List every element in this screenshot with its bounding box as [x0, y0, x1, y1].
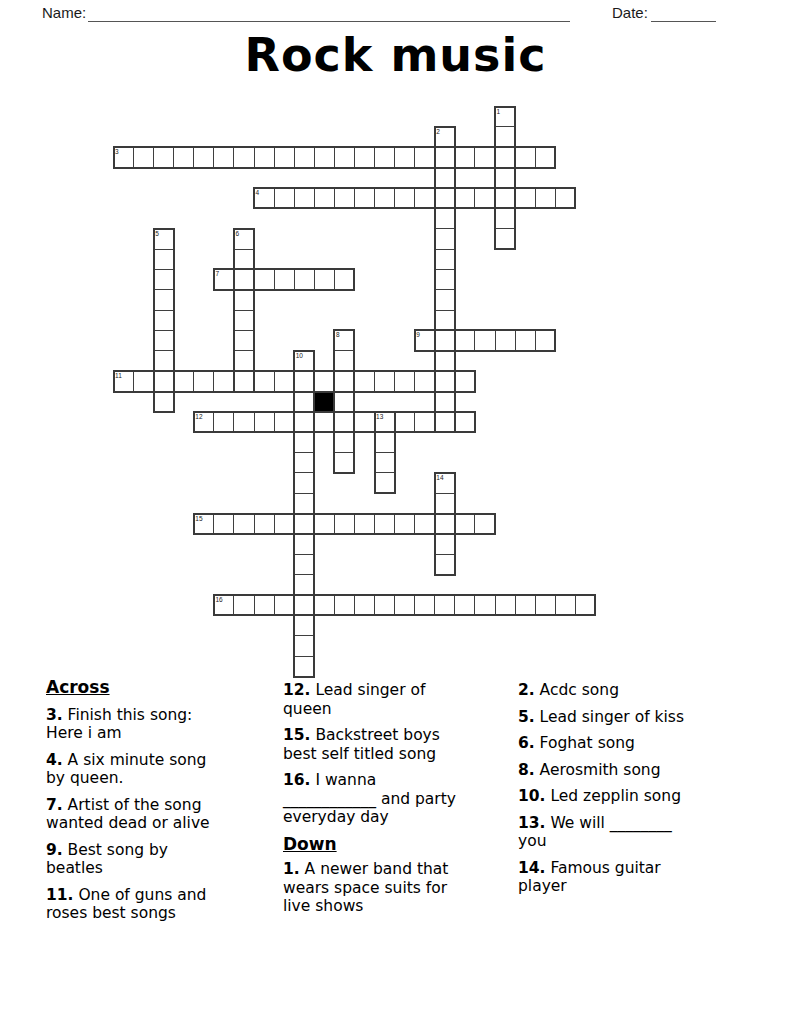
- grid-cell[interactable]: [274, 371, 295, 392]
- grid-cell[interactable]: [354, 187, 375, 208]
- grid-cell[interactable]: [434, 534, 455, 555]
- grid-cell[interactable]: [354, 513, 375, 534]
- grid-cell[interactable]: [495, 126, 516, 147]
- grid-cell[interactable]: [334, 595, 355, 616]
- grid-cell[interactable]: [334, 432, 355, 453]
- grid-cell[interactable]: [515, 595, 536, 616]
- grid-cell[interactable]: [515, 187, 536, 208]
- clue-7: 7. Artist of the song wanted dead or ali…: [46, 796, 254, 833]
- grid-cell[interactable]: [535, 187, 556, 208]
- grid-cell[interactable]: [434, 208, 455, 229]
- date-write-line[interactable]: [651, 5, 716, 22]
- grid-cell[interactable]: [294, 187, 315, 208]
- grid-cell[interactable]: [254, 595, 275, 616]
- date-label: Date:: [612, 4, 648, 21]
- clue-number: 8.: [518, 761, 535, 779]
- grid-cell[interactable]: [294, 269, 315, 290]
- grid-cell[interactable]: [294, 371, 315, 392]
- grid-cell[interactable]: [434, 187, 455, 208]
- grid-cell[interactable]: [414, 147, 435, 168]
- clue-text: A newer band that wears space suits for …: [283, 860, 448, 915]
- grid-cell[interactable]: [153, 249, 174, 270]
- grid-cell[interactable]: [233, 310, 254, 331]
- grid-cell[interactable]: [334, 330, 355, 351]
- grid-cell[interactable]: [153, 371, 174, 392]
- grid-cell[interactable]: [434, 371, 455, 392]
- grid-cell[interactable]: [495, 330, 516, 351]
- crossword-grid: 12345678910111213141516: [113, 106, 595, 678]
- grid-cell[interactable]: [153, 310, 174, 331]
- clue-16: 16. I wanna ____________ and party every…: [283, 771, 495, 827]
- clue-11: 11. One of guns and roses best songs: [46, 886, 254, 923]
- grid-cell[interactable]: [153, 289, 174, 310]
- grid-cell[interactable]: [394, 411, 415, 432]
- grid-cell[interactable]: [434, 391, 455, 412]
- grid-cell[interactable]: [414, 187, 435, 208]
- grid-cell[interactable]: [294, 595, 315, 616]
- grid-cell[interactable]: [474, 330, 495, 351]
- grid-cell[interactable]: [274, 187, 295, 208]
- grid-cell[interactable]: [213, 411, 234, 432]
- clue-number: 12.: [283, 681, 310, 699]
- grid-cell[interactable]: [334, 452, 355, 473]
- grid-cell[interactable]: [113, 147, 134, 168]
- grid-cell[interactable]: [314, 187, 335, 208]
- grid-cell[interactable]: [454, 187, 475, 208]
- clue-4: 4. A six minute song by queen.: [46, 751, 254, 788]
- grid-cell[interactable]: [434, 310, 455, 331]
- grid-cell[interactable]: [334, 513, 355, 534]
- grid-cell[interactable]: [294, 635, 315, 656]
- grid-cell[interactable]: [414, 371, 435, 392]
- grid-cell[interactable]: [434, 289, 455, 310]
- grid-cell[interactable]: [434, 330, 455, 351]
- clue-text: Artist of the song wanted dead or alive: [46, 796, 210, 833]
- grid-cell[interactable]: [193, 371, 214, 392]
- grid-cell[interactable]: [133, 371, 154, 392]
- grid-cell[interactable]: [394, 187, 415, 208]
- grid-cell[interactable]: [374, 432, 395, 453]
- grid-cell[interactable]: [254, 187, 275, 208]
- clue-9: 9. Best song by beatles: [46, 841, 254, 878]
- grid-cell[interactable]: [374, 452, 395, 473]
- grid-cell[interactable]: [274, 147, 295, 168]
- grid-cell[interactable]: [153, 269, 174, 290]
- clue-6: 6. Foghat song: [518, 734, 718, 753]
- clue-text: Aerosmith song: [535, 761, 661, 779]
- grid-cell[interactable]: [474, 147, 495, 168]
- page-title: Rock music: [0, 28, 791, 82]
- grid-cell[interactable]: [394, 595, 415, 616]
- grid-cell[interactable]: [374, 472, 395, 493]
- clue-column-right: 2. Acdc song5. Lead singer of kiss6. Fog…: [518, 681, 718, 904]
- grid-cell[interactable]: [314, 147, 335, 168]
- grid-cell[interactable]: [394, 371, 415, 392]
- clue-14: 14. Famous guitar player: [518, 859, 718, 896]
- clue-text: Acdc song: [535, 681, 619, 699]
- grid-cell[interactable]: [153, 391, 174, 412]
- clue-number: 4.: [46, 751, 63, 769]
- grid-cell[interactable]: [354, 147, 375, 168]
- grid-cell[interactable]: [354, 595, 375, 616]
- header-row: Name: Date:: [0, 3, 791, 25]
- grid-cell[interactable]: [575, 595, 596, 616]
- grid-cell[interactable]: [314, 595, 335, 616]
- grid-cell[interactable]: [193, 513, 214, 534]
- grid-cell[interactable]: [294, 513, 315, 534]
- clue-15: 15. Backstreet boys best self titled son…: [283, 726, 495, 763]
- grid-cell[interactable]: [334, 269, 355, 290]
- clue-number: 9.: [46, 841, 63, 859]
- grid-cell[interactable]: [294, 574, 315, 595]
- grid-cell[interactable]: [153, 147, 174, 168]
- grid-cell[interactable]: [193, 147, 214, 168]
- grid-cell[interactable]: [354, 371, 375, 392]
- grid-cell[interactable]: [555, 595, 576, 616]
- grid-cell[interactable]: [133, 147, 154, 168]
- grid-cell[interactable]: [495, 167, 516, 188]
- grid-cell[interactable]: [294, 615, 315, 636]
- grid-cell[interactable]: [233, 513, 254, 534]
- clue-number: 6.: [518, 734, 535, 752]
- grid-cell[interactable]: [434, 472, 455, 493]
- grid-cell[interactable]: [254, 411, 275, 432]
- grid-cell[interactable]: [274, 595, 295, 616]
- grid-cell[interactable]: [434, 595, 455, 616]
- grid-cell[interactable]: [294, 391, 315, 412]
- grid-cell[interactable]: [233, 228, 254, 249]
- clue-10: 10. Led zepplin song: [518, 787, 718, 806]
- grid-cell[interactable]: [334, 350, 355, 371]
- grid-cell[interactable]: [495, 595, 516, 616]
- grid-cell[interactable]: [314, 411, 335, 432]
- clue-number: 2.: [518, 681, 535, 699]
- grid-cell[interactable]: [213, 595, 234, 616]
- grid-cell[interactable]: [334, 411, 355, 432]
- clue-text: Led zepplin song: [545, 787, 681, 805]
- grid-cell[interactable]: [294, 432, 315, 453]
- grid-cell[interactable]: [193, 411, 214, 432]
- grid-cell[interactable]: [434, 167, 455, 188]
- grid-cell[interactable]: [434, 350, 455, 371]
- clue-number: 13.: [518, 814, 545, 832]
- clue-8: 8. Aerosmith song: [518, 761, 718, 780]
- grid-cell[interactable]: [434, 513, 455, 534]
- grid-cell[interactable]: [374, 147, 395, 168]
- clue-12: 12. Lead singer of queen: [283, 681, 495, 718]
- grid-cell[interactable]: [233, 289, 254, 310]
- clue-text: Best song by beatles: [46, 841, 168, 878]
- grid-cell[interactable]: [294, 147, 315, 168]
- grid-cell[interactable]: [233, 350, 254, 371]
- grid-cell[interactable]: [233, 411, 254, 432]
- down-header: Down: [283, 835, 495, 854]
- grid-cell[interactable]: [233, 269, 254, 290]
- grid-cell[interactable]: [334, 187, 355, 208]
- grid-cell[interactable]: [374, 513, 395, 534]
- grid-cell[interactable]: [495, 106, 516, 127]
- clue-number: 14.: [518, 859, 545, 877]
- grid-cell[interactable]: [394, 513, 415, 534]
- grid-cell[interactable]: [535, 330, 556, 351]
- grid-cell[interactable]: [334, 147, 355, 168]
- grid-cell[interactable]: [213, 147, 234, 168]
- grid-cell[interactable]: [294, 534, 315, 555]
- name-label: Name:: [42, 4, 86, 21]
- clue-column-middle: 12. Lead singer of queen15. Backstreet b…: [283, 681, 495, 924]
- grid-cell[interactable]: [254, 269, 275, 290]
- clue-number: 7.: [46, 796, 63, 814]
- grid-cell[interactable]: [555, 187, 576, 208]
- grid-cell[interactable]: [213, 269, 234, 290]
- grid-cell[interactable]: [334, 391, 355, 412]
- grid-cell[interactable]: [233, 147, 254, 168]
- grid-cell[interactable]: [233, 249, 254, 270]
- clue-text: Foghat song: [535, 734, 635, 752]
- grid-cell[interactable]: [495, 208, 516, 229]
- grid-cell[interactable]: [454, 330, 475, 351]
- grid-cell[interactable]: [515, 147, 536, 168]
- grid-cell[interactable]: [153, 350, 174, 371]
- grid-cell[interactable]: [434, 126, 455, 147]
- grid-cell[interactable]: [495, 187, 516, 208]
- grid-cell[interactable]: [434, 269, 455, 290]
- grid-cell[interactable]: [294, 452, 315, 473]
- grid-cell[interactable]: [374, 411, 395, 432]
- name-write-line[interactable]: [88, 5, 570, 22]
- grid-cell[interactable]: [274, 513, 295, 534]
- clue-13: 13. We will ________ you: [518, 814, 718, 851]
- clue-text: A six minute song by queen.: [46, 751, 206, 788]
- grid-cell[interactable]: [394, 147, 415, 168]
- grid-cell[interactable]: [434, 228, 455, 249]
- grid-cell[interactable]: [274, 269, 295, 290]
- grid-cell[interactable]: [454, 147, 475, 168]
- grid-cell[interactable]: [314, 513, 335, 534]
- clue-column-left: Across3. Finish this song: Here i am4. A…: [46, 678, 254, 931]
- clue-number: 3.: [46, 706, 63, 724]
- clue-number: 5.: [518, 708, 535, 726]
- clue-text: Finish this song: Here i am: [46, 706, 192, 743]
- grid-cell[interactable]: [374, 187, 395, 208]
- grid-cell[interactable]: [294, 411, 315, 432]
- clue-2: 2. Acdc song: [518, 681, 718, 700]
- grid-cell[interactable]: [374, 371, 395, 392]
- grid-cell[interactable]: [153, 330, 174, 351]
- grid-cell[interactable]: [474, 187, 495, 208]
- grid-cell[interactable]: [434, 493, 455, 514]
- grid-cell[interactable]: [153, 228, 174, 249]
- grid-cell[interactable]: [113, 371, 134, 392]
- grid-cell[interactable]: [434, 554, 455, 575]
- grid-cell[interactable]: [474, 513, 495, 534]
- grid-cell[interactable]: [314, 371, 335, 392]
- clue-number: 16.: [283, 771, 310, 789]
- grid-cell[interactable]: [294, 554, 315, 575]
- grid-cell[interactable]: [414, 411, 435, 432]
- grid-cell[interactable]: [495, 147, 516, 168]
- grid-cell[interactable]: [213, 371, 234, 392]
- grid-cell[interactable]: [233, 330, 254, 351]
- grid-cell[interactable]: [434, 249, 455, 270]
- grid-cell[interactable]: [294, 656, 315, 677]
- grid-cell[interactable]: [454, 371, 475, 392]
- clue-number: 1.: [283, 860, 300, 878]
- clue-text: Lead singer of kiss: [535, 708, 684, 726]
- grid-cell[interactable]: [254, 371, 275, 392]
- grid-cell[interactable]: [454, 595, 475, 616]
- grid-cell[interactable]: [213, 513, 234, 534]
- grid-cell[interactable]: [474, 595, 495, 616]
- grid-cell[interactable]: [515, 330, 536, 351]
- grid-cell[interactable]: [454, 411, 475, 432]
- across-header: Across: [46, 678, 254, 697]
- grid-cell[interactable]: [434, 411, 455, 432]
- grid-cell[interactable]: [274, 411, 295, 432]
- clue-number: 15.: [283, 726, 310, 744]
- grid-cell[interactable]: [254, 147, 275, 168]
- grid-cell[interactable]: [414, 513, 435, 534]
- clue-5: 5. Lead singer of kiss: [518, 708, 718, 727]
- grid-cell[interactable]: [233, 371, 254, 392]
- grid-cell[interactable]: [414, 330, 435, 351]
- clue-3: 3. Finish this song: Here i am: [46, 706, 254, 743]
- grid-cell[interactable]: [354, 411, 375, 432]
- grid-cell[interactable]: [535, 595, 556, 616]
- grid-cell[interactable]: [334, 371, 355, 392]
- grid-cell[interactable]: [314, 269, 335, 290]
- grid-cell[interactable]: [454, 513, 475, 534]
- grid-cell[interactable]: [374, 595, 395, 616]
- grid-cell[interactable]: [434, 147, 455, 168]
- clue-1: 1. A newer band that wears space suits f…: [283, 860, 495, 916]
- clue-number: 11.: [46, 886, 73, 904]
- grid-cell[interactable]: [414, 595, 435, 616]
- black-cell: [314, 391, 335, 412]
- grid-cell[interactable]: [294, 472, 315, 493]
- grid-cell[interactable]: [535, 147, 556, 168]
- grid-cell[interactable]: [173, 147, 194, 168]
- grid-cell[interactable]: [233, 595, 254, 616]
- clue-number: 10.: [518, 787, 545, 805]
- grid-cell[interactable]: [294, 350, 315, 371]
- grid-cell[interactable]: [495, 228, 516, 249]
- grid-cell[interactable]: [294, 493, 315, 514]
- grid-cell[interactable]: [173, 371, 194, 392]
- grid-cell[interactable]: [254, 513, 275, 534]
